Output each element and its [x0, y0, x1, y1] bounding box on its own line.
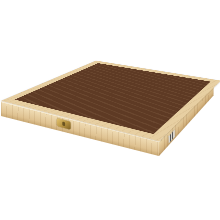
brass-clasp-icon	[57, 118, 71, 130]
barcode-label	[169, 129, 175, 143]
chess-set-product-photo	[0, 0, 220, 220]
